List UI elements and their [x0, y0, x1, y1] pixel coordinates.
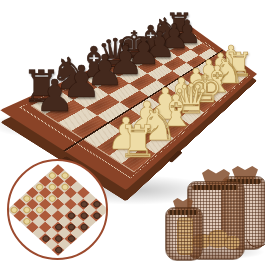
bag-medium-drawstring-cinch [192, 185, 238, 190]
bag-small [164, 198, 202, 260]
bag-small-mesh [166, 208, 202, 260]
latch-clasp [168, 150, 183, 163]
bag-small-body [165, 207, 203, 261]
product-photo: ♜♞♝♛♚♝♞♜♟♟♟♟♟♟♟♟♟♟♟♟♟♟♟♟♜♞♝♛♚♝♞♜ [0, 0, 265, 265]
bag-small-drawstring-cinch [168, 210, 198, 215]
checkers-inset [7, 159, 108, 260]
checkers-board-grid [7, 164, 108, 256]
